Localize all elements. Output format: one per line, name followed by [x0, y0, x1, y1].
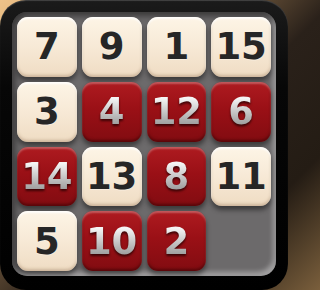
tile-3[interactable]: 3 — [17, 82, 77, 142]
tile-number: 1 — [164, 28, 190, 65]
tile-6[interactable]: 6 — [211, 82, 271, 142]
puzzle-grid: 791153412614138115102 — [17, 17, 271, 271]
tile-1[interactable]: 1 — [147, 17, 207, 77]
tile-8[interactable]: 8 — [147, 147, 207, 207]
tile-5[interactable]: 5 — [17, 211, 77, 271]
tile-number: 14 — [21, 158, 73, 195]
tile-12[interactable]: 12 — [147, 82, 207, 142]
tile-11[interactable]: 11 — [211, 147, 271, 207]
puzzle-frame: 791153412614138115102 — [0, 0, 288, 290]
tile-number: 15 — [215, 28, 267, 65]
tile-number: 12 — [151, 93, 203, 130]
tile-number: 6 — [228, 93, 254, 130]
tile-14[interactable]: 14 — [17, 147, 77, 207]
tile-13[interactable]: 13 — [82, 147, 142, 207]
tile-number: 9 — [99, 28, 125, 65]
tile-number: 5 — [34, 223, 60, 260]
tile-number: 10 — [86, 223, 138, 260]
empty-cell — [211, 211, 271, 271]
tile-15[interactable]: 15 — [211, 17, 271, 77]
tile-4[interactable]: 4 — [82, 82, 142, 142]
tile-10[interactable]: 10 — [82, 211, 142, 271]
tile-number: 3 — [34, 93, 60, 130]
tile-number: 4 — [99, 93, 125, 130]
puzzle-board: 791153412614138115102 — [12, 12, 276, 276]
tile-2[interactable]: 2 — [147, 211, 207, 271]
tile-number: 13 — [86, 158, 138, 195]
tile-9[interactable]: 9 — [82, 17, 142, 77]
tile-number: 11 — [215, 158, 267, 195]
tile-number: 7 — [34, 28, 60, 65]
tile-number: 2 — [164, 223, 190, 260]
tile-7[interactable]: 7 — [17, 17, 77, 77]
tile-number: 8 — [164, 158, 190, 195]
